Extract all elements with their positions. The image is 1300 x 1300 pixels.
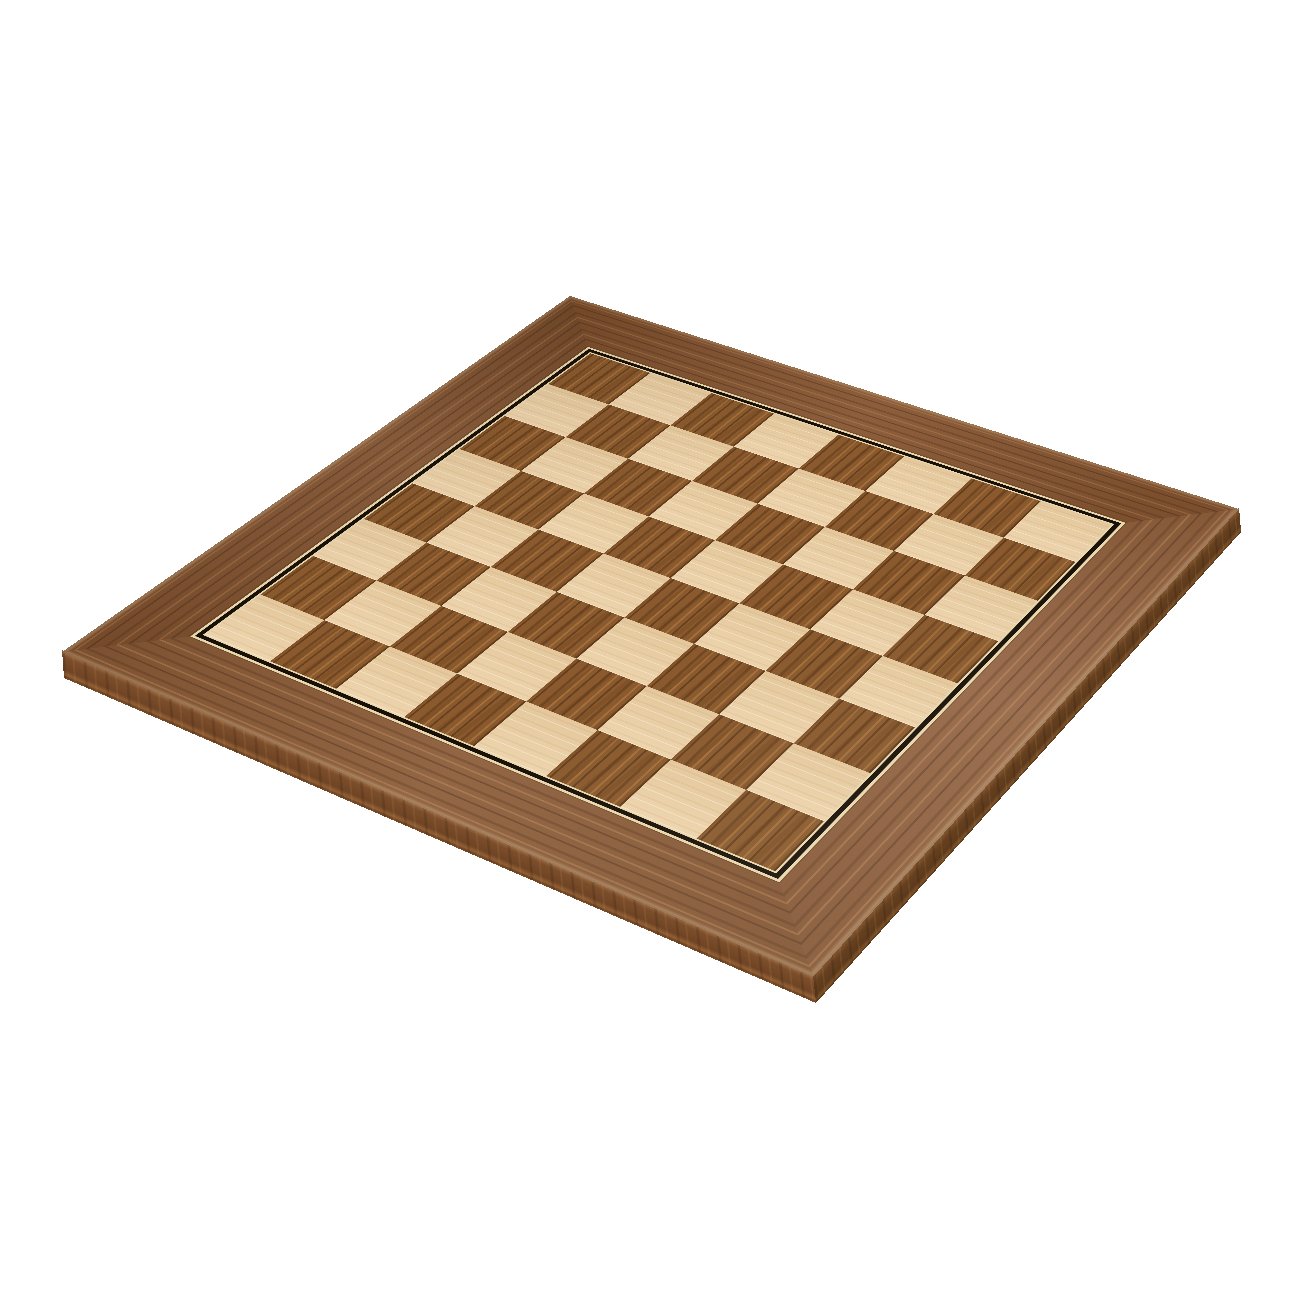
chessboard xyxy=(62,296,1239,977)
product-photo-canvas xyxy=(0,0,1300,1300)
